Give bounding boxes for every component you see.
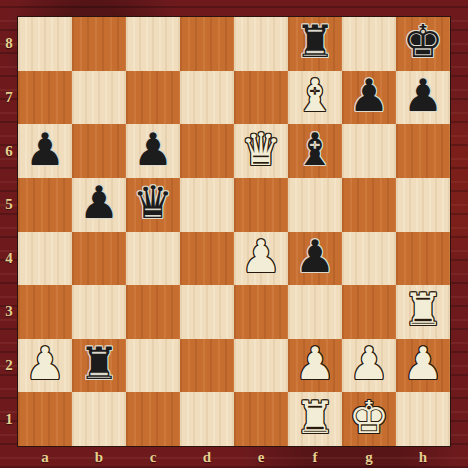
black-pawn-b5[interactable]: ♟ xyxy=(79,180,119,225)
file-label-h: h xyxy=(396,446,450,468)
square-d2[interactable] xyxy=(180,339,234,393)
square-h5[interactable] xyxy=(396,178,450,232)
square-g4[interactable] xyxy=(342,232,396,286)
black-queen-c5[interactable]: ♛ xyxy=(133,180,173,225)
black-bishop-f6[interactable]: ♝ xyxy=(295,127,335,172)
square-c2[interactable] xyxy=(126,339,180,393)
square-g1[interactable]: ♚ xyxy=(342,392,396,446)
file-label-d: d xyxy=(180,446,234,468)
square-d4[interactable] xyxy=(180,232,234,286)
rank-label-2: 2 xyxy=(0,339,18,393)
square-a3[interactable] xyxy=(18,285,72,339)
square-h1[interactable] xyxy=(396,392,450,446)
black-rook-b2[interactable]: ♜ xyxy=(79,341,119,386)
file-label-f: f xyxy=(288,446,342,468)
square-e1[interactable] xyxy=(234,392,288,446)
square-f5[interactable] xyxy=(288,178,342,232)
square-b4[interactable] xyxy=(72,232,126,286)
rank-label-8: 8 xyxy=(0,17,18,71)
square-a5[interactable] xyxy=(18,178,72,232)
square-g7[interactable]: ♟ xyxy=(342,71,396,125)
square-c5[interactable]: ♛ xyxy=(126,178,180,232)
square-h8[interactable]: ♚ xyxy=(396,17,450,71)
square-b3[interactable] xyxy=(72,285,126,339)
file-label-c: c xyxy=(126,446,180,468)
square-h7[interactable]: ♟ xyxy=(396,71,450,125)
square-f7[interactable]: ♝ xyxy=(288,71,342,125)
square-c4[interactable] xyxy=(126,232,180,286)
white-pawn-g2[interactable]: ♟ xyxy=(349,341,389,386)
square-b8[interactable] xyxy=(72,17,126,71)
square-b2[interactable]: ♜ xyxy=(72,339,126,393)
chess-board: ♜♚♝♟♟♟♟♛♝♟♛♟♟♜♟♜♟♟♟♜♚ xyxy=(18,17,450,446)
square-e2[interactable] xyxy=(234,339,288,393)
black-pawn-h7[interactable]: ♟ xyxy=(403,73,443,118)
square-a2[interactable]: ♟ xyxy=(18,339,72,393)
square-c6[interactable]: ♟ xyxy=(126,124,180,178)
board-frame: 8 7 6 5 4 3 2 1 ♜♚♝♟♟♟♟♛♝♟♛♟♟♜♟♜♟♟♟♜♚ a … xyxy=(0,0,468,468)
black-king-h8[interactable]: ♚ xyxy=(403,19,443,64)
square-a4[interactable] xyxy=(18,232,72,286)
square-e5[interactable] xyxy=(234,178,288,232)
square-c8[interactable] xyxy=(126,17,180,71)
square-e4[interactable]: ♟ xyxy=(234,232,288,286)
square-c7[interactable] xyxy=(126,71,180,125)
square-c3[interactable] xyxy=(126,285,180,339)
file-label-b: b xyxy=(72,446,126,468)
square-g6[interactable] xyxy=(342,124,396,178)
square-a8[interactable] xyxy=(18,17,72,71)
square-h6[interactable] xyxy=(396,124,450,178)
square-h2[interactable]: ♟ xyxy=(396,339,450,393)
black-pawn-a6[interactable]: ♟ xyxy=(25,127,65,172)
square-b5[interactable]: ♟ xyxy=(72,178,126,232)
square-e6[interactable]: ♛ xyxy=(234,124,288,178)
square-f1[interactable]: ♜ xyxy=(288,392,342,446)
square-f6[interactable]: ♝ xyxy=(288,124,342,178)
square-b7[interactable] xyxy=(72,71,126,125)
black-pawn-g7[interactable]: ♟ xyxy=(349,73,389,118)
file-label-g: g xyxy=(342,446,396,468)
square-b1[interactable] xyxy=(72,392,126,446)
square-a7[interactable] xyxy=(18,71,72,125)
white-king-g1[interactable]: ♚ xyxy=(349,395,389,440)
square-e8[interactable] xyxy=(234,17,288,71)
square-e7[interactable] xyxy=(234,71,288,125)
square-f2[interactable]: ♟ xyxy=(288,339,342,393)
file-label-e: e xyxy=(234,446,288,468)
square-b6[interactable] xyxy=(72,124,126,178)
square-d7[interactable] xyxy=(180,71,234,125)
square-g3[interactable] xyxy=(342,285,396,339)
square-g8[interactable] xyxy=(342,17,396,71)
white-rook-f1[interactable]: ♜ xyxy=(295,395,335,440)
rank-label-4: 4 xyxy=(0,232,18,286)
square-a1[interactable] xyxy=(18,392,72,446)
rank-label-5: 5 xyxy=(0,178,18,232)
square-f3[interactable] xyxy=(288,285,342,339)
white-bishop-f7[interactable]: ♝ xyxy=(295,73,335,118)
rank-labels: 8 7 6 5 4 3 2 1 xyxy=(0,17,18,446)
black-rook-f8[interactable]: ♜ xyxy=(295,19,335,64)
square-h3[interactable]: ♜ xyxy=(396,285,450,339)
square-g2[interactable]: ♟ xyxy=(342,339,396,393)
square-g5[interactable] xyxy=(342,178,396,232)
white-pawn-h2[interactable]: ♟ xyxy=(403,341,443,386)
square-d3[interactable] xyxy=(180,285,234,339)
file-label-a: a xyxy=(18,446,72,468)
file-labels: a b c d e f g h xyxy=(18,446,450,468)
white-rook-h3[interactable]: ♜ xyxy=(403,287,443,332)
white-queen-e6[interactable]: ♛ xyxy=(241,127,281,172)
white-pawn-f2[interactable]: ♟ xyxy=(295,341,335,386)
black-pawn-f4[interactable]: ♟ xyxy=(295,234,335,279)
square-d6[interactable] xyxy=(180,124,234,178)
rank-label-7: 7 xyxy=(0,71,18,125)
rank-label-6: 6 xyxy=(0,124,18,178)
square-f4[interactable]: ♟ xyxy=(288,232,342,286)
white-pawn-a2[interactable]: ♟ xyxy=(25,341,65,386)
rank-label-1: 1 xyxy=(0,392,18,446)
square-d1[interactable] xyxy=(180,392,234,446)
square-e3[interactable] xyxy=(234,285,288,339)
black-pawn-c6[interactable]: ♟ xyxy=(133,127,173,172)
square-d8[interactable] xyxy=(180,17,234,71)
square-d5[interactable] xyxy=(180,178,234,232)
rank-label-3: 3 xyxy=(0,285,18,339)
square-a6[interactable]: ♟ xyxy=(18,124,72,178)
white-pawn-e4[interactable]: ♟ xyxy=(241,234,281,279)
square-f8[interactable]: ♜ xyxy=(288,17,342,71)
square-c1[interactable] xyxy=(126,392,180,446)
square-h4[interactable] xyxy=(396,232,450,286)
